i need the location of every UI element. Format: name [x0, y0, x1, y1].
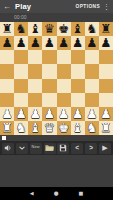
square-f5[interactable]: [71, 64, 85, 78]
square-g3[interactable]: [85, 93, 99, 107]
square-f4[interactable]: [71, 79, 85, 93]
white-to-move-indicator: [2, 136, 6, 140]
piece-black-rook: ♜: [1, 23, 12, 36]
piece-black-knight: ♞: [86, 23, 97, 36]
square-e8[interactable]: ♚: [57, 22, 71, 36]
square-h3[interactable]: [99, 93, 113, 107]
piece-white-pawn: ♟: [72, 108, 83, 121]
square-d1[interactable]: ♛: [42, 121, 56, 135]
square-a4[interactable]: [0, 79, 14, 93]
save-button[interactable]: [57, 143, 69, 154]
square-c4[interactable]: [28, 79, 42, 93]
square-f8[interactable]: ♝: [71, 22, 85, 36]
square-a3[interactable]: [0, 93, 14, 107]
square-g8[interactable]: ♞: [85, 22, 99, 36]
square-b4[interactable]: [14, 79, 28, 93]
piece-white-queen: ♛: [44, 122, 55, 135]
nav-back-icon[interactable]: ◀: [30, 191, 34, 196]
folder-icon: [45, 144, 54, 153]
volume-button[interactable]: [2, 143, 14, 154]
options-button[interactable]: OPTIONS: [76, 4, 100, 9]
square-h7[interactable]: ♟: [99, 36, 113, 50]
piece-black-pawn: ♟: [72, 37, 83, 50]
chevron-down-icon: [18, 144, 26, 153]
square-c3[interactable]: [28, 93, 42, 107]
app-bar: ← Play OPTIONS ⋮: [0, 0, 113, 13]
piece-white-pawn: ♟: [44, 108, 55, 121]
square-c2[interactable]: ♟: [28, 107, 42, 121]
square-f1[interactable]: ♝: [71, 121, 85, 135]
piece-white-pawn: ♟: [1, 108, 12, 121]
play-button[interactable]: ▶: [99, 143, 111, 154]
square-b6[interactable]: [14, 50, 28, 64]
piece-white-pawn: ♟: [16, 108, 27, 121]
square-b2[interactable]: ♟: [14, 107, 28, 121]
piece-white-rook: ♜: [1, 122, 12, 135]
page-title: Play: [15, 2, 31, 11]
piece-black-pawn: ♟: [30, 37, 41, 50]
toolbar: New < > ▶: [0, 141, 113, 155]
square-e1[interactable]: ♚: [57, 121, 71, 135]
square-e2[interactable]: ♟: [57, 107, 71, 121]
square-g6[interactable]: [85, 50, 99, 64]
square-h6[interactable]: [99, 50, 113, 64]
prev-move-button[interactable]: <: [71, 143, 83, 154]
square-d8[interactable]: ♛: [42, 22, 56, 36]
piece-black-pawn: ♟: [44, 37, 55, 50]
piece-black-king: ♚: [58, 23, 69, 36]
piece-white-bishop: ♝: [72, 122, 83, 135]
square-h8[interactable]: ♜: [99, 22, 113, 36]
piece-white-pawn: ♟: [100, 108, 111, 121]
background-area: [0, 155, 113, 187]
square-f7[interactable]: ♟: [71, 36, 85, 50]
piece-black-queen: ♛: [44, 23, 55, 36]
square-a8[interactable]: ♜: [0, 22, 14, 36]
square-g5[interactable]: [85, 64, 99, 78]
piece-black-pawn: ♟: [58, 37, 69, 50]
square-f2[interactable]: ♟: [71, 107, 85, 121]
piece-black-bishop: ♝: [30, 23, 41, 36]
chevron-right-icon: >: [89, 145, 93, 152]
square-d2[interactable]: ♟: [42, 107, 56, 121]
piece-white-pawn: ♟: [58, 108, 69, 121]
piece-black-pawn: ♟: [100, 37, 111, 50]
piece-white-pawn: ♟: [86, 108, 97, 121]
android-nav-bar: ◀ ● ■: [0, 187, 113, 200]
chevron-left-icon: <: [75, 145, 79, 152]
clock-row: 00:00: [0, 13, 113, 22]
square-c6[interactable]: [28, 50, 42, 64]
square-g4[interactable]: [85, 79, 99, 93]
square-c7[interactable]: ♟: [28, 36, 42, 50]
chess-board: ♜♞♝♛♚♝♞♜♟♟♟♟♟♟♟♟♟♟♟♟♟♟♟♟♜♞♝♛♚♝♞♜: [0, 22, 113, 135]
square-g1[interactable]: ♞: [85, 121, 99, 135]
square-b3[interactable]: [14, 93, 28, 107]
nav-home-icon[interactable]: ●: [54, 191, 59, 197]
square-g2[interactable]: ♟: [85, 107, 99, 121]
square-b1[interactable]: ♞: [14, 121, 28, 135]
new-game-button[interactable]: New: [30, 143, 42, 154]
square-d7[interactable]: ♟: [42, 36, 56, 50]
play-icon: ▶: [102, 145, 107, 152]
square-h2[interactable]: ♟: [99, 107, 113, 121]
piece-black-knight: ♞: [16, 23, 27, 36]
piece-black-pawn: ♟: [16, 37, 27, 50]
square-e3[interactable]: [57, 93, 71, 107]
piece-white-bishop: ♝: [30, 122, 41, 135]
open-button[interactable]: [44, 143, 56, 154]
square-d4[interactable]: [42, 79, 56, 93]
square-e6[interactable]: [57, 50, 71, 64]
piece-white-pawn: ♟: [30, 108, 41, 121]
square-b8[interactable]: ♞: [14, 22, 28, 36]
square-a6[interactable]: [0, 50, 14, 64]
piece-black-pawn: ♟: [86, 37, 97, 50]
square-g7[interactable]: ♟: [85, 36, 99, 50]
square-f6[interactable]: [71, 50, 85, 64]
piece-white-king: ♚: [58, 122, 69, 135]
square-f3[interactable]: [71, 93, 85, 107]
piece-black-pawn: ♟: [1, 37, 12, 50]
square-d5[interactable]: [42, 64, 56, 78]
square-a2[interactable]: ♟: [0, 107, 14, 121]
floppy-disk-icon: [59, 144, 67, 153]
collapse-button[interactable]: [16, 143, 28, 154]
chess-app-screen: ← Play OPTIONS ⋮ 00:00 ♜♞♝♛♚♝♞♜♟♟♟♟♟♟♟♟♟…: [0, 0, 113, 200]
piece-white-knight: ♞: [16, 122, 27, 135]
speaker-icon: [4, 144, 12, 153]
square-a5[interactable]: [0, 64, 14, 78]
game-clock: 00:00: [14, 15, 27, 20]
square-b7[interactable]: ♟: [14, 36, 28, 50]
nav-recents-icon[interactable]: ■: [78, 191, 83, 196]
next-move-button[interactable]: >: [85, 143, 97, 154]
square-h1[interactable]: ♜: [99, 121, 113, 135]
square-c1[interactable]: ♝: [28, 121, 42, 135]
back-arrow-icon[interactable]: ←: [3, 3, 11, 11]
square-e4[interactable]: [57, 79, 71, 93]
square-c8[interactable]: ♝: [28, 22, 42, 36]
square-b5[interactable]: [14, 64, 28, 78]
square-d6[interactable]: [42, 50, 56, 64]
square-h4[interactable]: [99, 79, 113, 93]
square-a1[interactable]: ♜: [0, 121, 14, 135]
piece-black-bishop: ♝: [72, 23, 83, 36]
square-c5[interactable]: [28, 64, 42, 78]
piece-white-rook: ♜: [100, 122, 111, 135]
piece-black-rook: ♜: [100, 23, 111, 36]
square-e7[interactable]: ♟: [57, 36, 71, 50]
overflow-menu-icon[interactable]: ⋮: [103, 3, 110, 10]
piece-white-knight: ♞: [86, 122, 97, 135]
square-e5[interactable]: [57, 64, 71, 78]
square-d3[interactable]: [42, 93, 56, 107]
status-row: [0, 135, 113, 141]
square-a7[interactable]: ♟: [0, 36, 14, 50]
square-h5[interactable]: [99, 64, 113, 78]
